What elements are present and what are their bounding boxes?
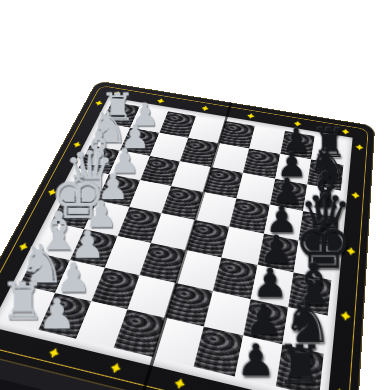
sun-star-icon: [353, 193, 358, 198]
chess-set-photo: ♜♟♟♜♞♟♟♞♝♟♟♝♛♟♟♛♚♟♟♚♝♟♟♝♞♟♟♞♜♟♟♜: [0, 0, 390, 390]
sun-star-icon: [50, 349, 58, 356]
sun-star-icon: [203, 106, 208, 110]
white-pawn[interactable]: ♟: [37, 296, 77, 334]
white-rook[interactable]: ♜: [0, 279, 40, 324]
sun-star-icon: [248, 114, 253, 118]
black-pawn[interactable]: ♟: [234, 341, 277, 381]
black-rook[interactable]: ♜: [276, 341, 319, 390]
board-mat: ♜♟♟♜♞♟♟♞♝♟♟♝♛♟♟♛♚♟♟♚♝♟♟♝♞♟♟♞♜♟♟♜: [0, 97, 353, 390]
board-3d-wrap: ♜♟♟♜♞♟♟♞♝♟♟♝♛♟♟♛♚♟♟♚♝♟♟♝♞♟♟♞♜♟♟♜: [0, 81, 375, 390]
square-h8[interactable]: ♜: [276, 345, 323, 390]
board-frame: ♜♟♟♜♞♟♟♞♝♟♟♝♛♟♟♛♚♟♟♚♝♟♟♝♞♟♟♞♜♟♟♜: [0, 81, 375, 390]
sun-star-icon: [342, 313, 348, 320]
sun-star-icon: [357, 145, 362, 149]
sun-star-icon: [176, 379, 184, 387]
checker-grid: ♜♟♟♜♞♟♟♞♝♟♟♝♛♟♟♛♚♟♟♚♝♟♟♝♞♟♟♞♜♟♟♜: [1, 102, 346, 390]
sun-star-icon: [112, 364, 120, 371]
